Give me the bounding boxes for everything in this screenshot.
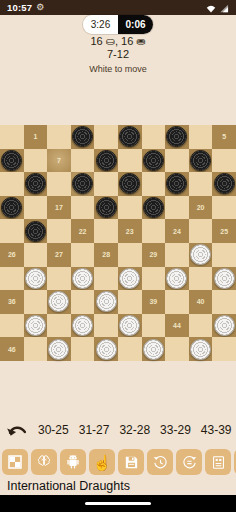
square-40[interactable]: 40	[189, 290, 213, 314]
light-square	[0, 314, 24, 338]
white-man-31[interactable]	[25, 268, 46, 289]
square-number-26: 26	[8, 251, 16, 258]
light-square	[189, 267, 213, 291]
light-square	[212, 243, 236, 267]
square-number-39: 39	[149, 298, 157, 305]
square-22[interactable]: 22	[71, 219, 95, 243]
wifi-icon	[206, 0, 216, 17]
square-39[interactable]: 39	[142, 290, 166, 314]
light-square	[189, 219, 213, 243]
white-man-42[interactable]	[72, 315, 93, 336]
square-47[interactable]	[47, 337, 71, 361]
square-10[interactable]	[189, 149, 213, 173]
hand-pointer-button[interactable]: ☝	[89, 449, 115, 475]
black-man-14[interactable]	[166, 173, 187, 194]
app-title: International Draughts	[7, 479, 130, 493]
square-17[interactable]: 17	[47, 196, 71, 220]
light-square	[94, 219, 118, 243]
black-man-10[interactable]	[190, 150, 211, 171]
light-square	[94, 172, 118, 196]
light-square	[118, 337, 142, 361]
black-man-3[interactable]	[119, 126, 140, 147]
light-square	[24, 149, 48, 173]
black-man-4[interactable]	[166, 126, 187, 147]
white-man-37[interactable]	[48, 291, 69, 312]
square-49[interactable]	[142, 337, 166, 361]
square-5[interactable]: 5	[212, 125, 236, 149]
square-32[interactable]	[71, 267, 95, 291]
light-square	[189, 125, 213, 149]
black-man-13[interactable]	[119, 173, 140, 194]
light-square	[142, 125, 166, 149]
light-square	[212, 149, 236, 173]
cell-signal-icon	[219, 0, 229, 17]
home-indicator[interactable]	[85, 502, 151, 505]
square-50[interactable]	[189, 337, 213, 361]
light-square	[71, 337, 95, 361]
square-number-1: 1	[33, 133, 37, 140]
square-24[interactable]: 24	[165, 219, 189, 243]
light-square	[118, 290, 142, 314]
brain-button[interactable]	[31, 449, 57, 475]
square-12[interactable]	[71, 172, 95, 196]
light-square	[142, 172, 166, 196]
light-square	[118, 243, 142, 267]
square-number-27: 27	[55, 251, 63, 258]
light-square	[71, 196, 95, 220]
notation-button[interactable]	[205, 449, 231, 475]
piece-counts: 16 ⛀, 16 ⛂	[0, 35, 236, 48]
square-number-28: 28	[102, 251, 110, 258]
white-man-49[interactable]	[143, 339, 164, 360]
square-15[interactable]	[212, 172, 236, 196]
square-27[interactable]: 27	[47, 243, 71, 267]
light-square	[212, 337, 236, 361]
candidate-move[interactable]: 32-28	[119, 423, 150, 437]
square-36[interactable]: 36	[0, 290, 24, 314]
light-square	[165, 149, 189, 173]
square-number-36: 36	[8, 298, 16, 305]
square-number-22: 22	[79, 228, 87, 235]
light-square	[94, 125, 118, 149]
white-man-33[interactable]	[119, 268, 140, 289]
black-man-21[interactable]	[25, 221, 46, 242]
light-square	[118, 196, 142, 220]
square-21[interactable]	[24, 219, 48, 243]
black-man-15[interactable]	[214, 173, 235, 194]
gear-icon: ⚙	[36, 3, 44, 12]
square-3[interactable]	[118, 125, 142, 149]
square-45[interactable]	[212, 314, 236, 338]
square-number-25: 25	[220, 228, 228, 235]
white-clock[interactable]: 3:26	[83, 15, 118, 34]
white-man-38[interactable]	[96, 291, 117, 312]
light-square	[0, 267, 24, 291]
light-square	[47, 267, 71, 291]
square-38[interactable]	[94, 290, 118, 314]
checkerboard-button[interactable]	[2, 449, 28, 475]
square-number-5: 5	[222, 133, 226, 140]
square-1[interactable]: 1	[24, 125, 48, 149]
square-number-40: 40	[197, 298, 205, 305]
light-square	[142, 314, 166, 338]
square-number-44: 44	[173, 322, 181, 329]
replay-button[interactable]	[176, 449, 202, 475]
status-bar: 10:57 ⚙	[0, 0, 236, 15]
light-square	[94, 267, 118, 291]
light-square	[71, 290, 95, 314]
light-square	[71, 243, 95, 267]
white-man-32[interactable]	[72, 268, 93, 289]
board[interactable]: 157172022232425262728293639404446	[0, 125, 236, 361]
square-23[interactable]: 23	[118, 219, 142, 243]
black-man-2[interactable]	[72, 126, 93, 147]
candidate-moves: 30-2531-2732-2833-2943-3949-44	[28, 423, 236, 437]
square-number-29: 29	[149, 251, 157, 258]
light-square	[165, 243, 189, 267]
black-man-16[interactable]	[1, 197, 22, 218]
white-man-50[interactable]	[190, 339, 211, 360]
square-8[interactable]	[94, 149, 118, 173]
light-square	[47, 125, 71, 149]
game-clock: 3:26 0:06	[83, 15, 153, 34]
square-30[interactable]	[189, 243, 213, 267]
candidate-move[interactable]: 31-27	[79, 423, 110, 437]
square-number-23: 23	[126, 228, 134, 235]
light-square	[142, 219, 166, 243]
save-button[interactable]	[118, 449, 144, 475]
square-6[interactable]	[0, 149, 24, 173]
light-square	[0, 172, 24, 196]
light-square	[189, 172, 213, 196]
square-16[interactable]	[0, 196, 24, 220]
square-number-24: 24	[173, 228, 181, 235]
square-20[interactable]: 20	[189, 196, 213, 220]
black-man-8[interactable]	[96, 150, 117, 171]
black-man-11[interactable]	[25, 173, 46, 194]
black-man-18[interactable]	[96, 197, 117, 218]
square-37[interactable]	[47, 290, 71, 314]
candidate-move[interactable]: 43-39	[201, 423, 232, 437]
light-square	[71, 149, 95, 173]
square-11[interactable]	[24, 172, 48, 196]
black-man-19[interactable]	[143, 197, 164, 218]
light-square	[142, 267, 166, 291]
navigation-bar	[0, 495, 236, 512]
square-34[interactable]	[165, 267, 189, 291]
light-square	[189, 314, 213, 338]
white-man-41[interactable]	[25, 315, 46, 336]
undo-button[interactable]	[6, 422, 28, 438]
hand-pointer-icon: ☝	[93, 455, 112, 470]
square-26[interactable]: 26	[0, 243, 24, 267]
status-time: 10:57	[7, 2, 32, 13]
square-41[interactable]	[24, 314, 48, 338]
square-33[interactable]	[118, 267, 142, 291]
square-number-20: 20	[197, 204, 205, 211]
candidate-move[interactable]: 33-29	[160, 423, 191, 437]
black-man-6[interactable]	[1, 150, 22, 171]
light-square	[47, 219, 71, 243]
square-42[interactable]	[71, 314, 95, 338]
light-square	[118, 149, 142, 173]
light-square	[0, 219, 24, 243]
square-number-17: 17	[55, 204, 63, 211]
white-man-34[interactable]	[166, 268, 187, 289]
light-square	[212, 196, 236, 220]
square-7[interactable]: 7	[47, 149, 71, 173]
square-2[interactable]	[71, 125, 95, 149]
light-square	[47, 314, 71, 338]
extra-button[interactable]	[234, 449, 236, 475]
light-square	[0, 125, 24, 149]
light-square	[165, 337, 189, 361]
white-man-35[interactable]	[214, 268, 235, 289]
light-square	[24, 290, 48, 314]
square-31[interactable]	[24, 267, 48, 291]
last-move: 7-12	[0, 48, 236, 60]
square-44[interactable]: 44	[165, 314, 189, 338]
square-number-7: 7	[57, 157, 61, 164]
square-35[interactable]	[212, 267, 236, 291]
candidate-move[interactable]: 30-25	[38, 423, 69, 437]
light-square	[24, 243, 48, 267]
square-48[interactable]	[94, 337, 118, 361]
black-clock[interactable]: 0:06	[118, 15, 153, 34]
light-square	[47, 172, 71, 196]
white-man-43[interactable]	[119, 315, 140, 336]
toolbar: ☝	[0, 449, 236, 475]
light-square	[212, 290, 236, 314]
black-man-12[interactable]	[72, 173, 93, 194]
black-man-9[interactable]	[143, 150, 164, 171]
square-13[interactable]	[118, 172, 142, 196]
light-square	[24, 337, 48, 361]
square-9[interactable]	[142, 149, 166, 173]
square-28[interactable]: 28	[94, 243, 118, 267]
square-46[interactable]: 46	[0, 337, 24, 361]
square-18[interactable]	[94, 196, 118, 220]
square-4[interactable]	[165, 125, 189, 149]
white-man-45[interactable]	[214, 315, 235, 336]
square-number-46: 46	[8, 346, 16, 353]
white-man-30[interactable]	[190, 244, 211, 265]
turn-indicator: White to move	[0, 64, 236, 74]
history-button[interactable]	[147, 449, 173, 475]
square-25[interactable]: 25	[212, 219, 236, 243]
white-man-48[interactable]	[96, 339, 117, 360]
square-14[interactable]	[165, 172, 189, 196]
white-man-47[interactable]	[48, 339, 69, 360]
light-square	[165, 290, 189, 314]
light-square	[24, 196, 48, 220]
android-button[interactable]	[60, 449, 86, 475]
square-29[interactable]: 29	[142, 243, 166, 267]
square-19[interactable]	[142, 196, 166, 220]
square-43[interactable]	[118, 314, 142, 338]
light-square	[94, 314, 118, 338]
candidate-moves-row: 30-2531-2732-2833-2943-3949-44	[0, 420, 236, 440]
light-square	[165, 196, 189, 220]
